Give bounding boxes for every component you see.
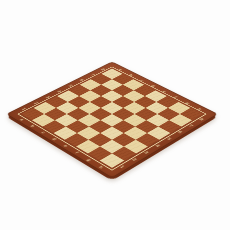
rank-label: 1: [119, 165, 125, 169]
file-label: a: [118, 68, 123, 71]
rank-label: 8: [101, 68, 106, 71]
file-label: c: [140, 79, 145, 82]
file-label: e: [162, 90, 167, 93]
rank-label: 7: [90, 73, 95, 76]
rank-label: 8: [199, 118, 205, 121]
file-label: d: [151, 84, 156, 87]
file-label: a: [20, 118, 26, 121]
chess-board: aabbccddeeffgghh1122334455667788: [6, 61, 218, 178]
rank-label: 5: [166, 137, 172, 140]
file-label: b: [30, 124, 36, 127]
rank-label: 5: [68, 84, 74, 87]
file-label: h: [197, 107, 203, 110]
file-label: f: [174, 96, 179, 98]
rank-label: 1: [21, 107, 27, 110]
file-label: b: [129, 73, 134, 76]
rank-label: 3: [143, 151, 149, 155]
photo-stage: aabbccddeeffgghh1122334455667788: [0, 0, 230, 230]
rank-label: 4: [57, 90, 63, 93]
board-shadow: aabbccddeeffgghh1122334455667788: [0, 0, 230, 230]
rank-label: 6: [79, 79, 84, 82]
rank-label: 2: [131, 158, 137, 162]
file-label: c: [41, 130, 47, 133]
playing-field: [21, 69, 202, 168]
file-label: e: [63, 144, 69, 147]
rank-label: 4: [155, 144, 161, 148]
rank-label: 6: [177, 130, 183, 133]
rank-label: 3: [45, 96, 51, 99]
file-label: h: [98, 165, 104, 169]
file-label: g: [185, 101, 191, 104]
file-label: g: [86, 158, 92, 162]
file-label: f: [75, 151, 80, 154]
file-label: d: [52, 137, 58, 140]
rank-label: 2: [33, 101, 39, 104]
rank-label: 7: [188, 124, 194, 127]
